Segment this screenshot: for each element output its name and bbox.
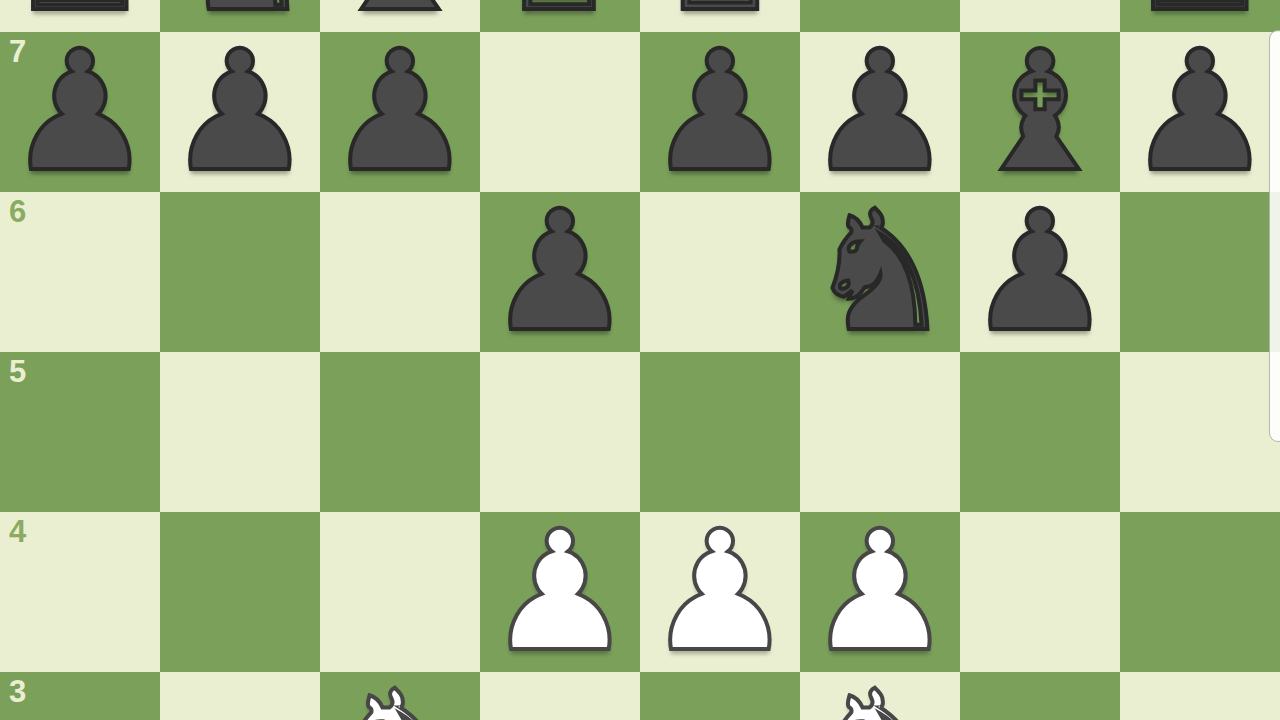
square-d4[interactable]: ♟ — [480, 512, 640, 672]
square-a3[interactable]: 3 — [0, 672, 160, 720]
square-f7[interactable]: ♟ — [800, 32, 960, 192]
square-h3[interactable] — [1120, 672, 1280, 720]
square-h7[interactable]: ♟ — [1120, 32, 1280, 192]
piece-black-pawn[interactable]: ♟ — [166, 29, 315, 195]
square-d8[interactable]: ♛ — [480, 0, 640, 32]
square-b6[interactable] — [160, 192, 320, 352]
rank-label-4: 4 — [9, 516, 26, 547]
square-e7[interactable]: ♟ — [640, 32, 800, 192]
square-a7[interactable]: 7♟ — [0, 32, 160, 192]
square-c4[interactable] — [320, 512, 480, 672]
piece-white-knight[interactable]: ♞ — [326, 669, 475, 720]
square-a5[interactable]: 5 — [0, 352, 160, 512]
square-a4[interactable]: 4 — [0, 512, 160, 672]
rank-label-7: 7 — [9, 36, 26, 67]
square-d5[interactable] — [480, 352, 640, 512]
square-g3[interactable] — [960, 672, 1120, 720]
square-g6[interactable]: ♟ — [960, 192, 1120, 352]
chessboard-viewport: 8♜♞♝♛♚♜7♟♟♟♟♟♝♟6♟♞♟54♟♟♟3♞♞2♟♟♟♟♟1♜♝♛♚♝♜ — [0, 0, 1280, 720]
piece-black-bishop[interactable]: ♝ — [966, 29, 1115, 195]
square-d3[interactable] — [480, 672, 640, 720]
piece-white-pawn[interactable]: ♟ — [806, 509, 955, 675]
piece-black-pawn[interactable]: ♟ — [6, 29, 155, 195]
square-g5[interactable] — [960, 352, 1120, 512]
piece-white-pawn[interactable]: ♟ — [646, 509, 795, 675]
piece-white-knight[interactable]: ♞ — [806, 669, 955, 720]
square-f6[interactable]: ♞ — [800, 192, 960, 352]
square-b5[interactable] — [160, 352, 320, 512]
square-f3[interactable]: ♞ — [800, 672, 960, 720]
square-h6[interactable] — [1120, 192, 1280, 352]
square-c7[interactable]: ♟ — [320, 32, 480, 192]
square-h5[interactable] — [1120, 352, 1280, 512]
square-b4[interactable] — [160, 512, 320, 672]
square-b3[interactable] — [160, 672, 320, 720]
piece-white-pawn[interactable]: ♟ — [486, 509, 635, 675]
square-e6[interactable] — [640, 192, 800, 352]
square-e3[interactable] — [640, 672, 800, 720]
square-c5[interactable] — [320, 352, 480, 512]
square-e4[interactable]: ♟ — [640, 512, 800, 672]
square-c6[interactable] — [320, 192, 480, 352]
rank-label-3: 3 — [9, 676, 26, 707]
piece-black-knight[interactable]: ♞ — [806, 189, 955, 355]
piece-black-pawn[interactable]: ♟ — [646, 29, 795, 195]
scrollbar[interactable] — [1269, 30, 1280, 442]
piece-black-pawn[interactable]: ♟ — [806, 29, 955, 195]
square-f4[interactable]: ♟ — [800, 512, 960, 672]
square-a6[interactable]: 6 — [0, 192, 160, 352]
rank-label-6: 6 — [9, 196, 26, 227]
square-b7[interactable]: ♟ — [160, 32, 320, 192]
piece-black-queen[interactable]: ♛ — [486, 0, 635, 35]
square-d6[interactable]: ♟ — [480, 192, 640, 352]
square-h4[interactable] — [1120, 512, 1280, 672]
square-g7[interactable]: ♝ — [960, 32, 1120, 192]
square-e5[interactable] — [640, 352, 800, 512]
chess-board: 8♜♞♝♛♚♜7♟♟♟♟♟♝♟6♟♞♟54♟♟♟3♞♞2♟♟♟♟♟1♜♝♛♚♝♜ — [0, 0, 1280, 720]
square-g4[interactable] — [960, 512, 1120, 672]
piece-black-pawn[interactable]: ♟ — [1126, 29, 1275, 195]
piece-black-pawn[interactable]: ♟ — [486, 189, 635, 355]
piece-black-pawn[interactable]: ♟ — [966, 189, 1115, 355]
square-d7[interactable] — [480, 32, 640, 192]
square-f5[interactable] — [800, 352, 960, 512]
piece-black-pawn[interactable]: ♟ — [326, 29, 475, 195]
square-c3[interactable]: ♞ — [320, 672, 480, 720]
rank-label-5: 5 — [9, 356, 26, 387]
